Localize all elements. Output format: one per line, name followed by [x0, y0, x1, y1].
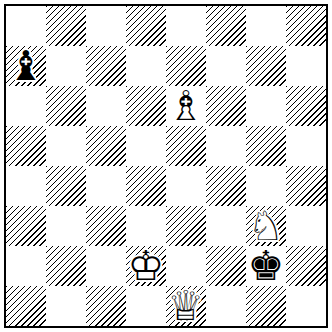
square-b4[interactable] — [46, 166, 86, 206]
chess-diagram: ♝♝♗♞♘♚♔♚♛♕ — [0, 0, 332, 332]
white-knight-outline: ♘ — [246, 206, 286, 246]
board-frame: ♝♝♗♞♘♚♔♚♛♕ — [4, 4, 328, 328]
square-f4[interactable] — [206, 166, 246, 206]
square-h4[interactable] — [286, 166, 326, 206]
square-d4[interactable] — [126, 166, 166, 206]
square-a3[interactable] — [6, 206, 46, 246]
piece-black-king[interactable]: ♚ — [246, 246, 286, 286]
square-a8[interactable] — [6, 6, 46, 46]
piece-white-knight[interactable]: ♞♘ — [246, 206, 286, 246]
square-h1[interactable] — [286, 286, 326, 326]
square-a2[interactable] — [6, 246, 46, 286]
square-d6[interactable] — [126, 86, 166, 126]
square-f2[interactable] — [206, 246, 246, 286]
square-e3[interactable] — [166, 206, 206, 246]
square-c1[interactable] — [86, 286, 126, 326]
square-b5[interactable] — [46, 126, 86, 166]
square-g4[interactable] — [246, 166, 286, 206]
square-b8[interactable] — [46, 6, 86, 46]
square-b2[interactable] — [46, 246, 86, 286]
white-queen-outline: ♕ — [166, 286, 206, 326]
square-g5[interactable] — [246, 126, 286, 166]
square-f3[interactable] — [206, 206, 246, 246]
square-d1[interactable] — [126, 286, 166, 326]
white-bishop-outline: ♗ — [166, 86, 206, 126]
square-d7[interactable] — [126, 46, 166, 86]
square-a5[interactable] — [6, 126, 46, 166]
square-f1[interactable] — [206, 286, 246, 326]
square-g3[interactable]: ♞♘ — [246, 206, 286, 246]
square-a6[interactable] — [6, 86, 46, 126]
square-h6[interactable] — [286, 86, 326, 126]
piece-white-bishop[interactable]: ♝♗ — [166, 86, 206, 126]
square-d2[interactable]: ♚♔ — [126, 246, 166, 286]
square-c6[interactable] — [86, 86, 126, 126]
square-b3[interactable] — [46, 206, 86, 246]
square-c8[interactable] — [86, 6, 126, 46]
square-b6[interactable] — [46, 86, 86, 126]
square-a7[interactable]: ♝ — [6, 46, 46, 86]
square-g2[interactable]: ♚ — [246, 246, 286, 286]
square-d5[interactable] — [126, 126, 166, 166]
square-c4[interactable] — [86, 166, 126, 206]
square-h5[interactable] — [286, 126, 326, 166]
square-h8[interactable] — [286, 6, 326, 46]
black-bishop-glyph: ♝ — [6, 46, 46, 86]
square-g6[interactable] — [246, 86, 286, 126]
square-e4[interactable] — [166, 166, 206, 206]
square-c2[interactable] — [86, 246, 126, 286]
square-d8[interactable] — [126, 6, 166, 46]
square-a4[interactable] — [6, 166, 46, 206]
chess-board: ♝♝♗♞♘♚♔♚♛♕ — [6, 6, 326, 326]
square-f7[interactable] — [206, 46, 246, 86]
square-c7[interactable] — [86, 46, 126, 86]
square-d3[interactable] — [126, 206, 166, 246]
square-h2[interactable] — [286, 246, 326, 286]
square-e6[interactable]: ♝♗ — [166, 86, 206, 126]
square-a1[interactable] — [6, 286, 46, 326]
piece-white-king[interactable]: ♚♔ — [126, 246, 166, 286]
square-c3[interactable] — [86, 206, 126, 246]
square-f8[interactable] — [206, 6, 246, 46]
piece-black-bishop[interactable]: ♝ — [6, 46, 46, 86]
square-f6[interactable] — [206, 86, 246, 126]
square-e2[interactable] — [166, 246, 206, 286]
square-g8[interactable] — [246, 6, 286, 46]
square-h7[interactable] — [286, 46, 326, 86]
square-e7[interactable] — [166, 46, 206, 86]
square-e1[interactable]: ♛♕ — [166, 286, 206, 326]
square-g7[interactable] — [246, 46, 286, 86]
piece-white-queen[interactable]: ♛♕ — [166, 286, 206, 326]
square-h3[interactable] — [286, 206, 326, 246]
square-c5[interactable] — [86, 126, 126, 166]
white-king-outline: ♔ — [126, 246, 166, 286]
square-f5[interactable] — [206, 126, 246, 166]
square-e8[interactable] — [166, 6, 206, 46]
square-g1[interactable] — [246, 286, 286, 326]
black-king-glyph: ♚ — [246, 246, 286, 286]
square-b7[interactable] — [46, 46, 86, 86]
square-e5[interactable] — [166, 126, 206, 166]
square-b1[interactable] — [46, 286, 86, 326]
